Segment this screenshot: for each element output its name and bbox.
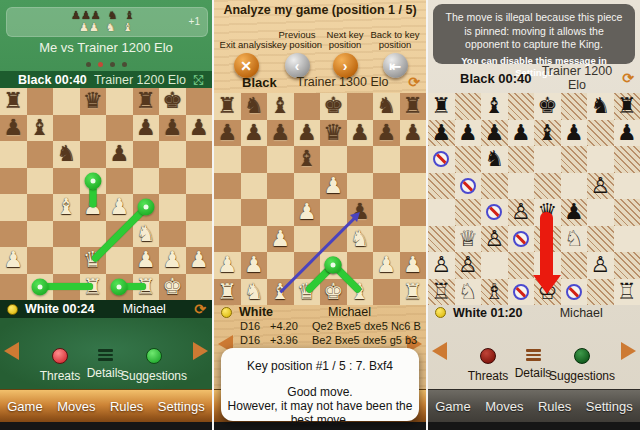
square-c5[interactable]	[267, 173, 294, 200]
nav-game[interactable]: Game	[7, 399, 42, 414]
square-h4[interactable]	[186, 194, 213, 221]
piece-white-knight-f3[interactable]: ♘	[561, 226, 588, 253]
next-arrow-icon[interactable]	[193, 342, 208, 360]
square-a3[interactable]	[428, 226, 455, 253]
piece-white-pawn-a2[interactable]: ♙	[428, 252, 455, 279]
square-c1[interactable]	[53, 274, 80, 301]
square-g7[interactable]: ♟	[159, 115, 186, 142]
rotate-board-icon[interactable]: ⟳	[194, 302, 206, 316]
square-g5[interactable]: ♙	[587, 173, 614, 200]
square-h4[interactable]	[614, 199, 640, 226]
square-b5[interactable]	[241, 173, 268, 200]
square-d3[interactable]	[508, 226, 535, 253]
square-e5[interactable]: ♟	[320, 173, 347, 200]
square-c8[interactable]	[53, 88, 80, 115]
square-a6[interactable]	[428, 146, 455, 173]
piece-black-pawn-c7[interactable]: ♟	[481, 120, 508, 147]
piece-black-pawn-f7[interactable]: ♟	[561, 120, 588, 147]
exit-analysis-button[interactable]: Exit analysis ✕	[219, 17, 273, 78]
square-g4[interactable]	[587, 199, 614, 226]
square-b8[interactable]: ♞	[241, 93, 268, 120]
piece-white-bishop-c1[interactable]: ♝	[267, 279, 294, 306]
square-g3[interactable]	[159, 221, 186, 248]
piece-white-pawn-e4[interactable]: ♟	[106, 194, 133, 221]
piece-white-knight-b1[interactable]: ♞	[241, 279, 268, 306]
piece-white-pawn-d4[interactable]: ♟	[80, 194, 107, 221]
suggestions-button[interactable]: Suggestions	[119, 348, 189, 383]
square-e1[interactable]: ♔	[534, 279, 561, 306]
square-h6[interactable]	[400, 146, 427, 173]
square-g3[interactable]	[587, 226, 614, 253]
piece-black-pawn-f7[interactable]: ♟	[347, 120, 374, 147]
square-f3[interactable]: ♞	[347, 226, 374, 253]
piece-black-bishop-c8[interactable]: ♝	[481, 93, 508, 120]
square-d8[interactable]: ♛	[80, 88, 107, 115]
piece-black-queen-e7[interactable]: ♛	[320, 120, 347, 147]
square-g6[interactable]	[159, 141, 186, 168]
piece-white-pawn-h2[interactable]: ♟	[400, 252, 427, 279]
square-h6[interactable]	[186, 141, 213, 168]
square-b6[interactable]	[27, 141, 54, 168]
piece-white-queen-d2[interactable]: ♛	[80, 247, 107, 274]
suggestions-button[interactable]: Suggestions	[547, 348, 617, 383]
square-e8[interactable]: ♚	[320, 93, 347, 120]
square-e4[interactable]: ♟	[106, 194, 133, 221]
square-d1[interactable]: ♛	[294, 279, 321, 306]
square-c3[interactable]	[53, 221, 80, 248]
square-a7[interactable]: ♟	[428, 120, 455, 147]
square-b5[interactable]	[455, 173, 482, 200]
square-b4[interactable]	[241, 199, 268, 226]
square-a1[interactable]: ♖	[428, 279, 455, 306]
piece-white-pawn-g2[interactable]: ♟	[373, 252, 400, 279]
square-g2[interactable]: ♟	[159, 247, 186, 274]
piece-white-queen-d1[interactable]: ♛	[294, 279, 321, 306]
square-d8[interactable]	[508, 93, 535, 120]
square-e2[interactable]	[106, 247, 133, 274]
square-g8[interactable]: ♞	[587, 93, 614, 120]
chess-board-2[interactable]: ♜♞♝♚♞♜♟♟♟♟♛♟♟♟♝♟♟♟♟♞♟♟♟♟♜♞♝♛♚♝♜	[214, 93, 426, 305]
rotate-board-icon[interactable]: ⟳	[622, 71, 634, 85]
square-a5[interactable]	[214, 173, 241, 200]
square-g1[interactable]	[373, 279, 400, 306]
square-e2[interactable]	[320, 252, 347, 279]
square-f7[interactable]: ♟	[561, 120, 588, 147]
piece-black-queen-e4[interactable]: ♛	[534, 199, 561, 226]
square-c5[interactable]	[481, 173, 508, 200]
square-e1[interactable]: ♚	[320, 279, 347, 306]
square-b3[interactable]	[27, 221, 54, 248]
square-a5[interactable]	[428, 173, 455, 200]
square-g5[interactable]	[373, 173, 400, 200]
piece-black-rook-h8[interactable]: ♜	[400, 93, 427, 120]
square-g6[interactable]	[373, 146, 400, 173]
piece-white-pawn-a2[interactable]: ♟	[214, 252, 241, 279]
piece-white-bishop-c4[interactable]: ♝	[53, 194, 80, 221]
square-d5[interactable]	[80, 168, 107, 195]
square-h8[interactable]: ♜	[400, 93, 427, 120]
square-h7[interactable]: ♟	[400, 120, 427, 147]
piece-black-pawn-b7[interactable]: ♟	[455, 120, 482, 147]
square-h2[interactable]	[614, 252, 640, 279]
piece-white-pawn-d4[interactable]: ♟	[294, 199, 321, 226]
piece-white-rook-h1[interactable]: ♖	[614, 279, 640, 306]
square-f6[interactable]	[561, 146, 588, 173]
piece-white-pawn-b2[interactable]: ♟	[241, 252, 268, 279]
piece-black-pawn-b7[interactable]: ♟	[241, 120, 268, 147]
square-f5[interactable]	[347, 173, 374, 200]
square-g1[interactable]: ♚	[159, 274, 186, 301]
piece-white-bishop-f1[interactable]: ♝	[347, 279, 374, 306]
square-g4[interactable]	[373, 199, 400, 226]
square-f6[interactable]	[347, 146, 374, 173]
piece-white-pawn-a2[interactable]: ♟	[0, 247, 27, 274]
piece-white-pawn-g2[interactable]: ♟	[159, 247, 186, 274]
piece-black-pawn-e6[interactable]: ♟	[106, 141, 133, 168]
square-a6[interactable]	[0, 141, 27, 168]
square-d2[interactable]: ♛	[80, 247, 107, 274]
square-e7[interactable]	[106, 115, 133, 142]
piece-white-bishop-c1[interactable]: ♗	[481, 279, 508, 306]
rotate-board-icon[interactable]: ⟳	[408, 75, 420, 89]
page-dot[interactable]	[86, 62, 91, 67]
square-b8[interactable]	[27, 88, 54, 115]
square-a2[interactable]: ♟	[0, 247, 27, 274]
square-a7[interactable]: ♟	[214, 120, 241, 147]
square-f2[interactable]	[561, 252, 588, 279]
piece-white-knight-b1[interactable]: ♘	[455, 279, 482, 306]
fullscreen-icon[interactable]: ⤢⤡	[193, 73, 207, 87]
square-c3[interactable]: ♟	[267, 226, 294, 253]
square-g2[interactable]: ♟	[373, 252, 400, 279]
back-to-key-position-button[interactable]: Back to key position ⇤	[368, 17, 422, 78]
square-g7[interactable]: ♟	[373, 120, 400, 147]
square-g1[interactable]	[587, 279, 614, 306]
piece-black-king-e8[interactable]: ♚	[320, 93, 347, 120]
piece-black-pawn-d7[interactable]: ♟	[294, 120, 321, 147]
square-d6[interactable]: ♝	[294, 146, 321, 173]
square-b6[interactable]	[455, 146, 482, 173]
square-h6[interactable]	[614, 146, 640, 173]
page-dot[interactable]	[110, 62, 115, 67]
square-e8[interactable]: ♚	[534, 93, 561, 120]
nav-rules[interactable]: Rules	[110, 399, 143, 414]
previous-arrow-icon[interactable]	[4, 342, 19, 360]
square-c3[interactable]: ♙	[481, 226, 508, 253]
square-c1[interactable]: ♝	[267, 279, 294, 306]
square-f8[interactable]: ♜	[133, 88, 160, 115]
square-f4[interactable]	[133, 194, 160, 221]
square-d3[interactable]	[294, 226, 321, 253]
square-h5[interactable]	[186, 168, 213, 195]
square-a4[interactable]	[214, 199, 241, 226]
square-c2[interactable]	[481, 252, 508, 279]
square-c2[interactable]	[53, 247, 80, 274]
piece-black-pawn-f4[interactable]: ♟	[561, 199, 588, 226]
square-b1[interactable]	[27, 274, 54, 301]
piece-white-king-g1[interactable]: ♚	[159, 274, 186, 301]
square-e7[interactable]: ♛	[320, 120, 347, 147]
square-d2[interactable]	[508, 252, 535, 279]
piece-black-bishop-d6[interactable]: ♝	[294, 146, 321, 173]
square-e8[interactable]	[106, 88, 133, 115]
piece-black-pawn-a7[interactable]: ♟	[428, 120, 455, 147]
piece-white-king-e1[interactable]: ♚	[320, 279, 347, 306]
piece-black-rook-a8[interactable]: ♜	[428, 93, 455, 120]
square-c8[interactable]: ♝	[481, 93, 508, 120]
square-h8[interactable]	[186, 88, 213, 115]
piece-black-rook-h8[interactable]: ♜	[614, 93, 640, 120]
square-c4[interactable]: ♝	[53, 194, 80, 221]
square-h7[interactable]: ♟	[186, 115, 213, 142]
square-a8[interactable]: ♜	[0, 88, 27, 115]
square-f3[interactable]: ♘	[561, 226, 588, 253]
piece-white-pawn-d4[interactable]: ♙	[508, 199, 535, 226]
square-d4[interactable]: ♟	[294, 199, 321, 226]
square-f7[interactable]: ♟	[133, 115, 160, 142]
piece-black-pawn-a7[interactable]: ♟	[214, 120, 241, 147]
square-c6[interactable]: ♞	[481, 146, 508, 173]
piece-black-pawn-f7[interactable]: ♟	[133, 115, 160, 142]
square-g6[interactable]	[587, 146, 614, 173]
square-b7[interactable]: ♝	[27, 115, 54, 142]
square-d7[interactable]	[80, 115, 107, 142]
square-f4[interactable]: ♟	[561, 199, 588, 226]
piece-white-bishop-e3[interactable]: ♗	[534, 226, 561, 253]
square-b5[interactable]	[27, 168, 54, 195]
square-h4[interactable]	[400, 199, 427, 226]
square-e3[interactable]: ♗	[534, 226, 561, 253]
square-d5[interactable]	[294, 173, 321, 200]
square-g4[interactable]	[159, 194, 186, 221]
piece-white-king-e1[interactable]: ♔	[534, 279, 561, 306]
square-h1[interactable]: ♖	[614, 279, 640, 306]
square-h3[interactable]	[186, 221, 213, 248]
page-dot-active[interactable]	[98, 62, 103, 67]
chess-board-1[interactable]: ♜♛♜♚♟♝♟♟♟♞♟♝♟♟♞♟♛♟♟♟♜♜♚	[0, 88, 212, 300]
piece-black-king-g8[interactable]: ♚	[159, 88, 186, 115]
piece-black-queen-d8[interactable]: ♛	[80, 88, 107, 115]
square-f5[interactable]	[561, 173, 588, 200]
square-d3[interactable]	[80, 221, 107, 248]
square-e3[interactable]	[106, 221, 133, 248]
nav-settings[interactable]: Settings	[158, 399, 205, 414]
piece-black-knight-g8[interactable]: ♞	[373, 93, 400, 120]
piece-white-rook-h1[interactable]: ♜	[400, 279, 427, 306]
square-g3[interactable]	[373, 226, 400, 253]
square-a7[interactable]: ♟	[0, 115, 27, 142]
page-dots[interactable]	[0, 62, 212, 67]
square-c7[interactable]	[53, 115, 80, 142]
piece-black-pawn-g7[interactable]: ♟	[373, 120, 400, 147]
piece-black-pawn-c7[interactable]: ♟	[267, 120, 294, 147]
piece-black-pawn-f4[interactable]: ♟	[347, 199, 374, 226]
next-arrow-icon[interactable]	[621, 342, 636, 360]
square-h5[interactable]	[400, 173, 427, 200]
square-a6[interactable]	[214, 146, 241, 173]
piece-black-bishop-c8[interactable]: ♝	[267, 93, 294, 120]
piece-black-rook-a8[interactable]: ♜	[214, 93, 241, 120]
square-e1[interactable]	[106, 274, 133, 301]
square-c6[interactable]: ♞	[53, 141, 80, 168]
square-b2[interactable]	[27, 247, 54, 274]
square-h1[interactable]: ♜	[400, 279, 427, 306]
square-a8[interactable]: ♜	[214, 93, 241, 120]
square-d7[interactable]: ♟	[294, 120, 321, 147]
piece-black-bishop-e7[interactable]: ♝	[534, 120, 561, 147]
next-key-position-button[interactable]: Next key position ›	[318, 17, 372, 78]
square-d5[interactable]	[508, 173, 535, 200]
square-b1[interactable]: ♞	[241, 279, 268, 306]
square-f1[interactable]: ♝	[347, 279, 374, 306]
square-b7[interactable]: ♟	[241, 120, 268, 147]
square-e6[interactable]	[534, 146, 561, 173]
square-a5[interactable]	[0, 168, 27, 195]
square-c7[interactable]: ♟	[267, 120, 294, 147]
piece-black-pawn-h7[interactable]: ♟	[400, 120, 427, 147]
square-a8[interactable]: ♜	[428, 93, 455, 120]
previous-arrow-icon[interactable]	[432, 342, 447, 360]
square-f8[interactable]	[347, 93, 374, 120]
square-f2[interactable]: ♟	[133, 247, 160, 274]
square-a4[interactable]	[428, 199, 455, 226]
piece-white-rook-d1[interactable]: ♜	[80, 274, 107, 301]
piece-white-pawn-f2[interactable]: ♟	[133, 247, 160, 274]
square-a3[interactable]	[0, 221, 27, 248]
square-f1[interactable]	[561, 279, 588, 306]
square-f1[interactable]: ♜	[133, 274, 160, 301]
square-a3[interactable]	[214, 226, 241, 253]
square-f2[interactable]	[347, 252, 374, 279]
nav-game[interactable]: Game	[435, 399, 470, 414]
square-f7[interactable]: ♟	[347, 120, 374, 147]
square-h7[interactable]: ♟	[614, 120, 640, 147]
piece-black-knight-c6[interactable]: ♞	[53, 141, 80, 168]
square-d2[interactable]	[294, 252, 321, 279]
square-g2[interactable]: ♙	[587, 252, 614, 279]
square-h1[interactable]	[186, 274, 213, 301]
square-f8[interactable]	[561, 93, 588, 120]
square-h2[interactable]: ♟	[186, 247, 213, 274]
piece-black-knight-c6[interactable]: ♞	[481, 146, 508, 173]
square-c4[interactable]	[481, 199, 508, 226]
square-a1[interactable]	[0, 274, 27, 301]
piece-black-rook-f8[interactable]: ♜	[133, 88, 160, 115]
square-h3[interactable]	[400, 226, 427, 253]
square-d1[interactable]: ♜	[80, 274, 107, 301]
piece-white-knight-f3[interactable]: ♞	[133, 221, 160, 248]
square-d7[interactable]: ♟	[508, 120, 535, 147]
square-e5[interactable]	[534, 173, 561, 200]
square-a1[interactable]: ♜	[214, 279, 241, 306]
square-c5[interactable]	[53, 168, 80, 195]
square-f4[interactable]: ♟	[347, 199, 374, 226]
piece-white-pawn-c3[interactable]: ♙	[481, 226, 508, 253]
square-d1[interactable]	[508, 279, 535, 306]
square-e3[interactable]	[320, 226, 347, 253]
piece-black-pawn-g7[interactable]: ♟	[159, 115, 186, 142]
piece-black-knight-b8[interactable]: ♞	[241, 93, 268, 120]
chess-board-3[interactable]: ♜♝♚♞♜♟♟♟♟♝♟♟♞♙♙♛♟♕♙♗♘♙♙♙♖♘♗♔♖	[428, 93, 640, 305]
square-b4[interactable]	[27, 194, 54, 221]
nav-moves[interactable]: Moves	[57, 399, 95, 414]
square-b7[interactable]: ♟	[455, 120, 482, 147]
square-c8[interactable]: ♝	[267, 93, 294, 120]
square-b2[interactable]: ♙	[455, 252, 482, 279]
square-g5[interactable]	[159, 168, 186, 195]
nav-rules[interactable]: Rules	[538, 399, 571, 414]
piece-white-pawn-g5[interactable]: ♙	[587, 173, 614, 200]
square-h8[interactable]: ♜	[614, 93, 640, 120]
square-g8[interactable]: ♚	[159, 88, 186, 115]
piece-white-rook-a1[interactable]: ♜	[214, 279, 241, 306]
piece-white-pawn-g2[interactable]: ♙	[587, 252, 614, 279]
square-e7[interactable]: ♝	[534, 120, 561, 147]
page-dot[interactable]	[122, 62, 127, 67]
square-a2[interactable]: ♟	[214, 252, 241, 279]
square-e4[interactable]: ♛	[534, 199, 561, 226]
square-c7[interactable]: ♟	[481, 120, 508, 147]
square-h5[interactable]	[614, 173, 640, 200]
piece-black-pawn-d7[interactable]: ♟	[508, 120, 535, 147]
square-e6[interactable]	[320, 146, 347, 173]
square-b6[interactable]	[241, 146, 268, 173]
square-e6[interactable]: ♟	[106, 141, 133, 168]
square-g7[interactable]	[587, 120, 614, 147]
piece-white-rook-f1[interactable]: ♜	[133, 274, 160, 301]
square-b4[interactable]	[455, 199, 482, 226]
piece-black-knight-g8[interactable]: ♞	[587, 93, 614, 120]
square-h3[interactable]	[614, 226, 640, 253]
square-f3[interactable]: ♞	[133, 221, 160, 248]
square-e5[interactable]	[106, 168, 133, 195]
piece-black-king-e8[interactable]: ♚	[534, 93, 561, 120]
square-c1[interactable]: ♗	[481, 279, 508, 306]
piece-black-pawn-h7[interactable]: ♟	[186, 115, 213, 142]
square-h2[interactable]: ♟	[400, 252, 427, 279]
square-d8[interactable]	[294, 93, 321, 120]
piece-black-pawn-h7[interactable]: ♟	[614, 120, 640, 147]
square-b3[interactable]	[241, 226, 268, 253]
square-f6[interactable]	[133, 141, 160, 168]
square-d6[interactable]	[508, 146, 535, 173]
piece-black-pawn-a7[interactable]: ♟	[0, 115, 27, 142]
piece-white-pawn-h2[interactable]: ♟	[186, 247, 213, 274]
piece-white-rook-a1[interactable]: ♖	[428, 279, 455, 306]
nav-settings[interactable]: Settings	[586, 399, 633, 414]
square-c6[interactable]	[267, 146, 294, 173]
piece-black-rook-a8[interactable]: ♜	[0, 88, 27, 115]
piece-black-bishop-b7[interactable]: ♝	[27, 115, 54, 142]
square-a2[interactable]: ♙	[428, 252, 455, 279]
square-c4[interactable]	[267, 199, 294, 226]
piece-white-pawn-b2[interactable]: ♙	[455, 252, 482, 279]
square-a4[interactable]	[0, 194, 27, 221]
square-e2[interactable]	[534, 252, 561, 279]
piece-white-knight-f3[interactable]: ♞	[347, 226, 374, 253]
square-g8[interactable]: ♞	[373, 93, 400, 120]
square-c2[interactable]	[267, 252, 294, 279]
square-d6[interactable]	[80, 141, 107, 168]
square-f5[interactable]	[133, 168, 160, 195]
piece-white-pawn-e5[interactable]: ♟	[320, 173, 347, 200]
square-b3[interactable]: ♕	[455, 226, 482, 253]
previous-key-position-button[interactable]: Previous key position ‹	[270, 17, 324, 78]
square-e4[interactable]	[320, 199, 347, 226]
square-b1[interactable]: ♘	[455, 279, 482, 306]
square-b2[interactable]: ♟	[241, 252, 268, 279]
square-b8[interactable]	[455, 93, 482, 120]
